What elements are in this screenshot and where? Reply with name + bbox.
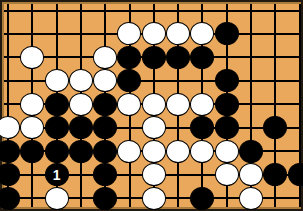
board-cell xyxy=(93,93,117,116)
board-cell xyxy=(117,139,141,162)
board-cell xyxy=(117,46,141,69)
black-stone xyxy=(69,140,93,163)
board-cell xyxy=(117,116,141,139)
white-stone xyxy=(166,93,190,116)
board-cell xyxy=(142,139,166,162)
black-stone xyxy=(215,22,239,45)
board-cell xyxy=(287,186,303,209)
white-stone xyxy=(45,187,69,210)
white-stone xyxy=(239,163,263,186)
black-stone xyxy=(93,93,117,116)
board-cell xyxy=(93,139,117,162)
board-cell xyxy=(69,93,93,116)
board-cell xyxy=(117,69,141,92)
board-cell xyxy=(190,163,214,186)
go-board-grid: 1 xyxy=(0,0,303,210)
white-stone xyxy=(190,93,214,116)
board-cell xyxy=(287,116,303,139)
board-cell xyxy=(69,69,93,92)
board-cell xyxy=(0,116,20,139)
board-cell xyxy=(117,93,141,116)
board-cell xyxy=(44,139,68,162)
board-cell xyxy=(166,22,190,45)
board-cell xyxy=(190,0,214,22)
board-cell xyxy=(142,0,166,22)
board-cell xyxy=(20,186,44,209)
board-cell xyxy=(69,116,93,139)
board-cell xyxy=(166,0,190,22)
white-stone xyxy=(142,163,166,186)
black-stone xyxy=(142,46,166,69)
board-cell xyxy=(20,69,44,92)
board-cell xyxy=(215,69,239,92)
black-stone xyxy=(0,140,20,163)
board-cell xyxy=(166,46,190,69)
board-cell xyxy=(0,139,20,162)
board-cell xyxy=(44,69,68,92)
board-cell xyxy=(44,0,68,22)
white-stone xyxy=(117,93,141,116)
board-cell xyxy=(93,69,117,92)
board-cell xyxy=(93,0,117,22)
white-stone xyxy=(166,140,190,163)
black-stone xyxy=(45,140,69,163)
board-cell xyxy=(20,116,44,139)
board-cell xyxy=(287,0,303,22)
board-cell xyxy=(263,163,287,186)
board-cell xyxy=(142,93,166,116)
board-cell xyxy=(142,163,166,186)
board-cell xyxy=(190,46,214,69)
board-cell xyxy=(239,22,263,45)
board-cell xyxy=(287,93,303,116)
board-cell xyxy=(190,69,214,92)
go-board: 1 xyxy=(4,4,299,207)
board-cell xyxy=(69,46,93,69)
black-stone xyxy=(166,46,190,69)
board-cell xyxy=(69,186,93,209)
board-cell xyxy=(69,0,93,22)
board-cell xyxy=(44,186,68,209)
board-cell xyxy=(44,22,68,45)
black-stone xyxy=(239,140,263,163)
board-cell xyxy=(20,22,44,45)
board-cell xyxy=(0,69,20,92)
white-stone xyxy=(142,22,166,45)
board-cell xyxy=(263,116,287,139)
white-stone xyxy=(190,22,214,45)
board-cell xyxy=(239,186,263,209)
board-cell xyxy=(20,0,44,22)
board-cell xyxy=(263,186,287,209)
board-cell xyxy=(263,22,287,45)
black-stone xyxy=(117,69,141,92)
board-cell xyxy=(142,22,166,45)
board-cell xyxy=(142,186,166,209)
board-cell xyxy=(0,186,20,209)
board-cell xyxy=(215,46,239,69)
board-cell xyxy=(215,93,239,116)
black-stone xyxy=(93,140,117,163)
white-stone xyxy=(142,187,166,210)
white-stone xyxy=(69,93,93,116)
white-stone xyxy=(142,116,166,139)
board-cell xyxy=(69,139,93,162)
white-stone xyxy=(117,22,141,45)
board-cell xyxy=(190,186,214,209)
board-cell xyxy=(287,22,303,45)
board-cell xyxy=(215,139,239,162)
board-cell xyxy=(190,93,214,116)
black-stone xyxy=(93,116,117,139)
black-stone xyxy=(263,116,287,139)
white-stone xyxy=(20,93,44,116)
board-cell xyxy=(166,116,190,139)
board-cell xyxy=(239,46,263,69)
board-cell xyxy=(142,116,166,139)
board-cell xyxy=(117,0,141,22)
board-cell xyxy=(263,139,287,162)
board-cell xyxy=(117,22,141,45)
board-cell xyxy=(287,69,303,92)
board-cell xyxy=(215,163,239,186)
board-cell xyxy=(215,186,239,209)
board-cell xyxy=(263,69,287,92)
white-stone xyxy=(142,93,166,116)
board-cell xyxy=(166,186,190,209)
black-stone xyxy=(93,163,117,186)
board-cell xyxy=(0,22,20,45)
board-cell xyxy=(239,163,263,186)
white-stone xyxy=(93,46,117,69)
board-cell xyxy=(215,116,239,139)
board-cell xyxy=(142,69,166,92)
white-stone xyxy=(93,69,117,92)
black-stone xyxy=(263,163,287,186)
board-cell xyxy=(20,93,44,116)
board-cell xyxy=(239,139,263,162)
black-stone xyxy=(69,116,93,139)
board-cell xyxy=(166,69,190,92)
board-cell xyxy=(117,163,141,186)
black-stone xyxy=(20,140,44,163)
board-cell xyxy=(0,163,20,186)
board-cell xyxy=(239,93,263,116)
white-stone xyxy=(69,69,93,92)
board-cell xyxy=(44,116,68,139)
board-cell xyxy=(263,46,287,69)
white-stone xyxy=(215,163,239,186)
board-cell xyxy=(215,0,239,22)
black-stone xyxy=(0,163,20,186)
black-stone xyxy=(215,93,239,116)
white-stone xyxy=(166,22,190,45)
white-stone xyxy=(142,140,166,163)
black-stone xyxy=(190,187,214,210)
black-stone xyxy=(215,116,239,139)
board-cell xyxy=(69,22,93,45)
white-stone xyxy=(20,116,44,139)
black-stone xyxy=(45,93,69,116)
board-cell xyxy=(215,22,239,45)
board-cell xyxy=(93,46,117,69)
white-stone xyxy=(215,140,239,163)
board-cell xyxy=(44,93,68,116)
board-cell xyxy=(20,46,44,69)
black-stone xyxy=(288,163,303,186)
board-cell xyxy=(190,22,214,45)
board-cell xyxy=(93,22,117,45)
board-cell xyxy=(142,46,166,69)
move-number-label: 1 xyxy=(53,167,61,181)
board-cell xyxy=(93,163,117,186)
black-stone xyxy=(45,116,69,139)
board-cell xyxy=(263,0,287,22)
board-cell xyxy=(20,139,44,162)
board-cell xyxy=(239,0,263,22)
white-stone xyxy=(45,69,69,92)
board-cell xyxy=(263,93,287,116)
board-cell xyxy=(0,46,20,69)
board-cell xyxy=(166,163,190,186)
board-cell xyxy=(166,139,190,162)
go-diagram: 1 xyxy=(0,0,303,211)
black-stone xyxy=(190,46,214,69)
board-cell xyxy=(287,139,303,162)
board-cell xyxy=(287,46,303,69)
board-cell xyxy=(190,139,214,162)
black-stone xyxy=(93,187,117,210)
white-stone xyxy=(0,116,20,139)
marked-black-stone-1: 1 xyxy=(45,163,69,186)
board-cell xyxy=(0,0,20,22)
black-stone xyxy=(190,116,214,139)
board-cell xyxy=(93,116,117,139)
board-cell xyxy=(69,163,93,186)
white-stone xyxy=(190,140,214,163)
board-cell xyxy=(93,186,117,209)
black-stone xyxy=(215,69,239,92)
white-stone xyxy=(20,46,44,69)
board-cell xyxy=(287,163,303,186)
board-cell xyxy=(117,186,141,209)
black-stone xyxy=(117,46,141,69)
board-cell xyxy=(0,93,20,116)
board-cell xyxy=(166,93,190,116)
white-stone xyxy=(117,140,141,163)
board-cell xyxy=(20,163,44,186)
board-cell xyxy=(239,69,263,92)
board-cell xyxy=(190,116,214,139)
white-stone xyxy=(239,187,263,210)
board-cell xyxy=(44,46,68,69)
board-cell xyxy=(239,116,263,139)
board-cell: 1 xyxy=(44,163,68,186)
black-stone xyxy=(0,187,20,210)
